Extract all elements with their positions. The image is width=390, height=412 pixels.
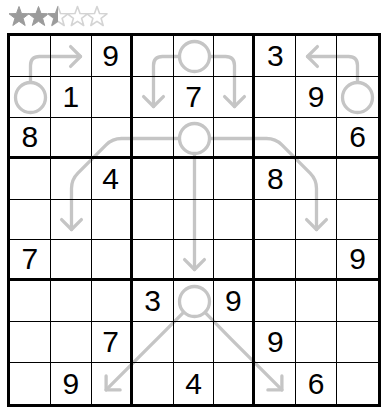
cell-r8c1[interactable] [10,322,51,363]
given-digit: 9 [308,82,325,112]
cell-r3c3[interactable] [92,118,133,159]
cell-r3c9[interactable]: 6 [337,118,378,159]
cell-r7c5[interactable] [174,281,215,322]
cell-r2c9[interactable] [337,77,378,118]
given-digit: 8 [267,164,284,194]
cell-r7c7[interactable] [255,281,296,322]
given-digit: 7 [22,244,39,274]
cell-r3c7[interactable] [255,118,296,159]
star-full-icon [9,7,29,26]
cell-r9c3[interactable] [92,363,133,404]
cell-r5c2[interactable] [51,200,92,241]
star-full-icon [29,7,49,26]
cell-r6c6[interactable] [214,240,255,281]
given-digit: 6 [308,369,325,399]
cell-r4c8[interactable] [296,159,337,200]
star-empty-icon [68,7,88,26]
cell-r9c5[interactable]: 4 [174,363,215,404]
cell-r6c3[interactable] [92,240,133,281]
cell-r2c1[interactable] [10,77,51,118]
cell-r6c2[interactable] [51,240,92,281]
cell-r9c7[interactable] [255,363,296,404]
cell-r6c4[interactable] [133,240,174,281]
cell-r7c2[interactable] [51,281,92,322]
cell-r2c8[interactable]: 9 [296,77,337,118]
cell-r2c6[interactable] [214,77,255,118]
cell-r4c1[interactable] [10,159,51,200]
cell-r4c5[interactable] [174,159,215,200]
cell-r8c4[interactable] [133,322,174,363]
cell-r4c2[interactable] [51,159,92,200]
cell-r5c8[interactable] [296,200,337,241]
cell-r8c7[interactable]: 9 [255,322,296,363]
cell-r9c1[interactable] [10,363,51,404]
cell-r7c4[interactable]: 3 [133,281,174,322]
cell-r4c3[interactable]: 4 [92,159,133,200]
cell-r3c1[interactable]: 8 [10,118,51,159]
cell-r2c2[interactable]: 1 [51,77,92,118]
cell-r9c4[interactable] [133,363,174,404]
cell-r3c2[interactable] [51,118,92,159]
cell-r8c2[interactable] [51,322,92,363]
given-digit: 9 [225,286,242,316]
given-digit: 7 [185,82,202,112]
cell-r5c3[interactable] [92,200,133,241]
cell-r9c9[interactable] [337,363,378,404]
given-digit: 8 [22,122,39,152]
star-empty-icon [87,7,107,26]
cell-r7c8[interactable] [296,281,337,322]
cell-r7c1[interactable] [10,281,51,322]
given-digit: 9 [349,244,366,274]
given-digit: 7 [102,327,119,357]
cell-r2c3[interactable] [92,77,133,118]
cell-r1c2[interactable] [51,36,92,77]
given-digit: 3 [267,41,284,71]
cell-r1c6[interactable] [214,36,255,77]
difficulty-rating [7,5,127,29]
cell-r1c9[interactable] [337,36,378,77]
cell-r3c6[interactable] [214,118,255,159]
cell-r7c6[interactable]: 9 [214,281,255,322]
cell-r6c1[interactable]: 7 [10,240,51,281]
cell-r5c9[interactable] [337,200,378,241]
cell-r2c4[interactable] [133,77,174,118]
cell-r8c8[interactable] [296,322,337,363]
cell-r5c7[interactable] [255,200,296,241]
cell-r4c4[interactable] [133,159,174,200]
cell-r8c9[interactable] [337,322,378,363]
cell-r1c3[interactable]: 9 [92,36,133,77]
cell-r6c5[interactable] [174,240,215,281]
cell-r5c1[interactable] [10,200,51,241]
cell-r6c9[interactable]: 9 [337,240,378,281]
cell-r3c5[interactable] [174,118,215,159]
cell-r7c9[interactable] [337,281,378,322]
cell-r1c4[interactable] [133,36,174,77]
cell-r4c6[interactable] [214,159,255,200]
cell-r9c2[interactable]: 9 [51,363,92,404]
given-digit: 4 [102,164,119,194]
cell-r1c5[interactable] [174,36,215,77]
sudoku-board: 931798648793979946 [7,33,381,407]
cell-r3c4[interactable] [133,118,174,159]
cell-r6c7[interactable] [255,240,296,281]
given-digit: 1 [62,82,79,112]
cell-r6c8[interactable] [296,240,337,281]
arrow-sudoku-page: { "game": "arrow-sudoku", "difficulty": … [0,0,390,412]
cell-r2c5[interactable]: 7 [174,77,215,118]
given-digit: 3 [144,286,161,316]
cell-r5c5[interactable] [174,200,215,241]
cell-r8c5[interactable] [174,322,215,363]
cell-r3c8[interactable] [296,118,337,159]
cell-r1c1[interactable] [10,36,51,77]
cell-r5c6[interactable] [214,200,255,241]
given-digit: 6 [349,122,366,152]
cell-r7c3[interactable] [92,281,133,322]
given-digit: 9 [102,41,119,71]
given-digit: 9 [62,369,79,399]
cell-r8c6[interactable] [214,322,255,363]
cell-r9c6[interactable] [214,363,255,404]
given-digit: 4 [185,369,202,399]
given-digit: 9 [267,327,284,357]
cell-r9c8[interactable]: 6 [296,363,337,404]
cell-r1c7[interactable]: 3 [255,36,296,77]
cell-r5c4[interactable] [133,200,174,241]
cell-r4c9[interactable] [337,159,378,200]
cell-r8c3[interactable]: 7 [92,322,133,363]
cell-r2c7[interactable] [255,77,296,118]
cell-r1c8[interactable] [296,36,337,77]
cell-r4c7[interactable]: 8 [255,159,296,200]
